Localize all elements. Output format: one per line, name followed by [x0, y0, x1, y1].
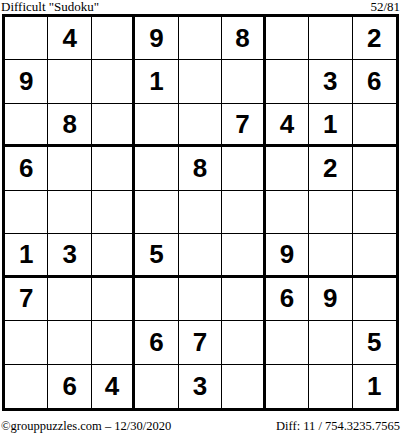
cell-r4c9[interactable] [353, 147, 396, 190]
cell-r5c5[interactable] [179, 191, 222, 234]
cell-r9c8[interactable] [309, 365, 352, 408]
cell-r3c6: 7 [222, 104, 265, 147]
cell-r2c8: 3 [309, 60, 352, 103]
cell-r8c8[interactable] [309, 321, 352, 364]
cell-r1c7[interactable] [266, 17, 309, 60]
footer-difficulty: Diff: 11 / 754.3235.7565 [276, 419, 400, 433]
page-header: Difficult "Sudoku" 52/81 [1, 0, 400, 14]
cell-r1c9: 2 [353, 17, 396, 60]
cell-r7c9[interactable] [353, 278, 396, 321]
cell-r7c2[interactable] [48, 278, 91, 321]
cell-r5c2[interactable] [48, 191, 91, 234]
cell-r4c7[interactable] [266, 147, 309, 190]
cell-r2c6[interactable] [222, 60, 265, 103]
cell-r6c9[interactable] [353, 234, 396, 277]
cell-r2c3[interactable] [92, 60, 135, 103]
cell-r4c2[interactable] [48, 147, 91, 190]
cell-r7c6[interactable] [222, 278, 265, 321]
page-footer: ©grouppuzzles.com – 12/30/2020 Diff: 11 … [1, 419, 400, 433]
cell-r3c4[interactable] [135, 104, 178, 147]
cell-r8c9: 5 [353, 321, 396, 364]
cell-r9c3: 4 [92, 365, 135, 408]
cell-r7c7: 6 [266, 278, 309, 321]
cell-r5c8[interactable] [309, 191, 352, 234]
cell-r3c2: 8 [48, 104, 91, 147]
cell-r1c4: 9 [135, 17, 178, 60]
cell-r5c4[interactable] [135, 191, 178, 234]
cell-r6c5[interactable] [179, 234, 222, 277]
cell-r8c1[interactable] [5, 321, 48, 364]
cell-r5c6[interactable] [222, 191, 265, 234]
cell-r3c7: 4 [266, 104, 309, 147]
cell-r4c5: 8 [179, 147, 222, 190]
puzzle-title: Difficult "Sudoku" [1, 0, 99, 13]
cell-r9c5: 3 [179, 365, 222, 408]
cell-r1c2: 4 [48, 17, 91, 60]
cell-r2c7[interactable] [266, 60, 309, 103]
cell-r1c8[interactable] [309, 17, 352, 60]
cell-r1c1[interactable] [5, 17, 48, 60]
cell-r6c8[interactable] [309, 234, 352, 277]
cell-r1c5[interactable] [179, 17, 222, 60]
cell-r1c3[interactable] [92, 17, 135, 60]
cell-r9c1[interactable] [5, 365, 48, 408]
sudoku-board: 49829136874168213597696756431 [2, 14, 399, 411]
cell-r8c2[interactable] [48, 321, 91, 364]
cell-r2c1: 9 [5, 60, 48, 103]
cell-r7c3[interactable] [92, 278, 135, 321]
cell-r9c9: 1 [353, 365, 396, 408]
cell-r6c1: 1 [5, 234, 48, 277]
cell-r5c1[interactable] [5, 191, 48, 234]
cell-r7c4[interactable] [135, 278, 178, 321]
cell-r4c3[interactable] [92, 147, 135, 190]
cell-r8c5: 7 [179, 321, 222, 364]
cell-r7c5[interactable] [179, 278, 222, 321]
cell-r9c2: 6 [48, 365, 91, 408]
cell-r3c3[interactable] [92, 104, 135, 147]
cell-r3c1[interactable] [5, 104, 48, 147]
cell-r6c6[interactable] [222, 234, 265, 277]
cell-r4c4[interactable] [135, 147, 178, 190]
cell-r5c9[interactable] [353, 191, 396, 234]
cell-r7c8: 9 [309, 278, 352, 321]
empty-cell-counter: 52/81 [370, 0, 400, 13]
sudoku-page: Difficult "Sudoku" 52/81 498291368741682… [0, 0, 402, 437]
cell-r3c9[interactable] [353, 104, 396, 147]
cell-r6c3[interactable] [92, 234, 135, 277]
cell-r9c4[interactable] [135, 365, 178, 408]
cell-r4c8: 2 [309, 147, 352, 190]
cell-r8c4: 6 [135, 321, 178, 364]
cell-r4c1: 6 [5, 147, 48, 190]
cell-r7c1: 7 [5, 278, 48, 321]
cell-r9c7[interactable] [266, 365, 309, 408]
cell-r8c6[interactable] [222, 321, 265, 364]
cell-r8c7[interactable] [266, 321, 309, 364]
cell-r9c6[interactable] [222, 365, 265, 408]
cell-r3c8: 1 [309, 104, 352, 147]
cell-r2c2[interactable] [48, 60, 91, 103]
cell-r6c2: 3 [48, 234, 91, 277]
cell-r8c3[interactable] [92, 321, 135, 364]
footer-copyright: ©grouppuzzles.com – 12/30/2020 [1, 419, 171, 433]
cell-r1c6: 8 [222, 17, 265, 60]
cell-r5c3[interactable] [92, 191, 135, 234]
cell-r3c5[interactable] [179, 104, 222, 147]
cell-r6c7: 9 [266, 234, 309, 277]
cell-r2c5[interactable] [179, 60, 222, 103]
cell-r6c4: 5 [135, 234, 178, 277]
cell-r4c6[interactable] [222, 147, 265, 190]
cell-r2c4: 1 [135, 60, 178, 103]
cell-r5c7[interactable] [266, 191, 309, 234]
cell-r2c9: 6 [353, 60, 396, 103]
